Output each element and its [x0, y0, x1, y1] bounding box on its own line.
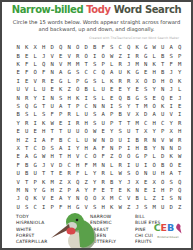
cell-r12c15: B: [133, 135, 142, 143]
cell-r18c20: Q: [176, 186, 185, 194]
cell-r16c19: A: [167, 169, 176, 177]
cell-r14c11: F: [99, 152, 108, 160]
cell-r6c12: E: [108, 85, 117, 93]
cell-r1c4: H: [40, 43, 49, 51]
cell-r11c17: Y: [150, 127, 159, 135]
cell-r3c3: L: [31, 60, 40, 68]
cell-r1c6: Q: [57, 43, 66, 51]
cell-r11c11: E: [99, 127, 108, 135]
cell-r7c9: I: [82, 93, 91, 101]
cell-r14c4: W: [40, 152, 49, 160]
cell-r3c13: R: [116, 60, 125, 68]
cell-r19c7: Y: [65, 194, 74, 202]
word-search-page: Narrow-billed Tody Word Search Circle th…: [0, 0, 193, 250]
instructions-line-1: Circle the 15 words below. Words appear …: [6, 19, 187, 26]
cell-r4c15: G: [133, 68, 142, 76]
cell-r7c6: S: [57, 93, 66, 101]
cell-r4c18: B: [159, 68, 168, 76]
cell-r9c16: D: [142, 110, 151, 118]
cell-r4c5: N: [48, 68, 57, 76]
cell-r10c1: Y: [14, 119, 23, 127]
cell-r3c10: S: [91, 60, 100, 68]
cell-r4c13: U: [116, 68, 125, 76]
cell-r14c19: K: [167, 152, 176, 160]
cell-r18c6: Z: [57, 186, 66, 194]
cell-r17c17: X: [150, 177, 159, 185]
cell-r4c16: E: [142, 68, 151, 76]
cell-r7c10: S: [91, 93, 100, 101]
cell-r14c1: E: [14, 152, 23, 160]
cell-r8c6: A: [57, 102, 66, 110]
cell-r19c3: K: [31, 194, 40, 202]
title-part-tody: Tody: [86, 4, 110, 15]
cell-r3c2: F: [23, 60, 32, 68]
cell-r14c16: P: [142, 152, 151, 160]
cell-r4c11: Q: [99, 68, 108, 76]
cell-r13c14: I: [125, 144, 134, 152]
cell-r15c19: O: [167, 161, 176, 169]
cell-r7c3: Y: [31, 93, 40, 101]
cell-r11c2: U: [23, 127, 32, 135]
logo-bird-icon: [174, 223, 182, 234]
cell-r13c8: Y: [74, 144, 83, 152]
cell-r16c8: F: [74, 169, 83, 177]
cell-r17c20: Q: [176, 177, 185, 185]
cell-r15c17: O: [150, 161, 159, 169]
cell-r20c12: K: [108, 203, 117, 211]
cell-r6c2: V: [23, 85, 32, 93]
cell-r9c9: U: [82, 110, 91, 118]
cell-r12c20: R: [176, 135, 185, 143]
cell-r1c3: X: [31, 43, 40, 51]
cell-r13c19: N: [167, 144, 176, 152]
cell-r13c17: Y: [150, 144, 159, 152]
cell-r16c7: R: [65, 169, 74, 177]
cell-r9c8: L: [74, 110, 83, 118]
cell-r18c5: H: [48, 186, 57, 194]
cell-r7c15: G: [133, 93, 142, 101]
cell-r16c20: T: [176, 169, 185, 177]
cell-r13c1: X: [14, 144, 23, 152]
cell-r6c10: L: [91, 85, 100, 93]
cell-r14c5: H: [48, 152, 57, 160]
cell-r8c11: N: [99, 102, 108, 110]
cell-r13c18: N: [159, 144, 168, 152]
cell-r6c8: O: [74, 85, 83, 93]
cell-r17c15: X: [133, 177, 142, 185]
cell-r16c2: B: [23, 169, 32, 177]
cell-r3c8: M: [74, 60, 83, 68]
cell-r15c5: V: [48, 161, 57, 169]
cell-r15c16: I: [142, 161, 151, 169]
cell-r19c15: B: [133, 194, 142, 202]
cell-r18c9: Y: [82, 186, 91, 194]
instructions: Circle the 15 words below. Words appear …: [6, 19, 187, 32]
cell-r14c20: W: [176, 152, 185, 160]
cell-r12c6: B: [57, 135, 66, 143]
cell-r5c16: O: [142, 77, 151, 85]
cell-r1c2: K: [23, 43, 32, 51]
cell-r2c1: B: [14, 51, 23, 59]
cell-r3c18: T: [159, 60, 168, 68]
cell-r16c1: U: [14, 169, 23, 177]
cell-r4c1: E: [14, 68, 23, 76]
word-item: FRUITS: [135, 239, 175, 245]
cell-r8c2: Q: [23, 102, 32, 110]
cell-r15c12: L: [108, 161, 117, 169]
cell-r8c15: T: [133, 102, 142, 110]
cell-r11c19: X: [167, 127, 176, 135]
cell-r1c13: C: [116, 43, 125, 51]
cell-r9c14: V: [125, 110, 134, 118]
cell-r13c5: S: [48, 144, 57, 152]
cell-r14c13: O: [116, 152, 125, 160]
cell-r9c18: U: [159, 110, 168, 118]
cell-r12c12: D: [108, 135, 117, 143]
cell-r4c19: J: [167, 68, 176, 76]
cell-r12c14: I: [125, 135, 134, 143]
cell-r20c5: P: [48, 203, 57, 211]
cell-r9c1: B: [14, 110, 23, 118]
instructions-line-2: and backward, up and down, and diagonall…: [6, 26, 187, 33]
cell-r13c10: A: [91, 144, 100, 152]
cell-r17c9: Z: [82, 177, 91, 185]
cell-r15c6: D: [57, 161, 66, 169]
cell-r12c4: A: [40, 135, 49, 143]
cell-r5c19: O: [167, 77, 176, 85]
cell-r8c13: S: [116, 102, 125, 110]
cell-r6c15: E: [133, 85, 142, 93]
cell-r3c4: Q: [40, 60, 49, 68]
cell-r4c17: H: [150, 68, 159, 76]
cell-r16c9: L: [82, 169, 91, 177]
cell-r6c20: L: [176, 85, 185, 93]
cell-r18c7: P: [65, 186, 74, 194]
cell-r17c19: S: [167, 177, 176, 185]
cell-r6c6: K: [57, 85, 66, 93]
cell-r14c12: Z: [108, 152, 117, 160]
cell-r18c13: E: [116, 186, 125, 194]
cell-r17c5: M: [48, 177, 57, 185]
cell-r8c10: N: [91, 102, 100, 110]
cell-r1c1: N: [14, 43, 23, 51]
cell-r18c16: E: [142, 186, 151, 194]
cell-r9c13: B: [116, 110, 125, 118]
cell-r6c16: S: [142, 85, 151, 93]
cell-r7c7: H: [65, 93, 74, 101]
cell-r19c9: Q: [82, 194, 91, 202]
cell-r15c2: B: [23, 161, 32, 169]
cell-r5c7: L: [65, 77, 74, 85]
cell-r19c19: S: [167, 194, 176, 202]
cell-r4c9: C: [82, 68, 91, 76]
cell-r19c6: A: [57, 194, 66, 202]
cell-r20c2: S: [23, 203, 32, 211]
cell-r8c17: O: [150, 102, 159, 110]
cell-r17c16: E: [142, 177, 151, 185]
cell-r7c5: N: [48, 93, 57, 101]
cell-r1c11: F: [99, 43, 108, 51]
cell-r7c17: E: [150, 93, 159, 101]
cell-r4c2: F: [23, 68, 32, 76]
cell-r9c20: I: [176, 110, 185, 118]
cell-r2c19: S: [167, 51, 176, 59]
cell-r17c4: K: [40, 177, 49, 185]
cell-r18c19: P: [167, 186, 176, 194]
cell-r18c17: I: [150, 186, 159, 194]
cell-r11c13: S: [116, 127, 125, 135]
cell-r8c3: G: [31, 102, 40, 110]
cell-r10c13: T: [116, 119, 125, 127]
cell-r19c4: V: [40, 194, 49, 202]
cebf-logo-letters: CEB: [150, 223, 186, 234]
cell-r8c14: Y: [125, 102, 134, 110]
cell-r5c13: R: [116, 77, 125, 85]
cell-r19c14: V: [125, 194, 134, 202]
cell-r15c9: F: [82, 161, 91, 169]
cell-r16c12: L: [108, 169, 117, 177]
cell-r9c10: S: [91, 110, 100, 118]
cell-r10c8: R: [74, 119, 83, 127]
cell-r5c14: R: [125, 77, 134, 85]
cell-r4c10: C: [91, 68, 100, 76]
cell-r11c7: U: [65, 127, 74, 135]
cell-r15c3: G: [31, 161, 40, 169]
cell-r2c18: B: [159, 51, 168, 59]
cell-r20c20: Z: [176, 203, 185, 211]
cell-r8c9: C: [82, 102, 91, 110]
cell-r1c5: D: [48, 43, 57, 51]
cell-r13c7: I: [65, 144, 74, 152]
cell-r14c14: O: [125, 152, 134, 160]
cell-r13c3: C: [31, 144, 40, 152]
cell-r10c14: T: [125, 119, 134, 127]
cell-r2c4: J: [40, 51, 49, 59]
cell-r4c7: G: [65, 68, 74, 76]
cell-r14c7: H: [65, 152, 74, 160]
cell-r10c20: R: [176, 119, 185, 127]
cell-r11c18: P: [159, 127, 168, 135]
cell-r18c3: Y: [31, 186, 40, 194]
cell-r20c10: S: [91, 203, 100, 211]
cell-r20c18: U: [159, 203, 168, 211]
cell-r7c13: Q: [116, 93, 125, 101]
cell-r9c15: X: [133, 110, 142, 118]
cell-r16c5: T: [48, 169, 57, 177]
cell-r3c9: T: [82, 60, 91, 68]
logo-letter-b: B: [167, 222, 174, 233]
cell-r10c12: P: [108, 119, 117, 127]
cell-r3c5: N: [48, 60, 57, 68]
cell-r8c4: T: [40, 102, 49, 110]
cell-r17c12: B: [108, 177, 117, 185]
cell-r14c10: O: [91, 152, 100, 160]
cell-r13c13: P: [116, 144, 125, 152]
logo-letter-c: C: [154, 222, 161, 233]
page-title: Narrow-billed Tody Word Search: [2, 4, 191, 15]
cell-r17c8: Q: [74, 177, 83, 185]
cell-r17c13: Y: [116, 177, 125, 185]
cell-r19c8: N: [74, 194, 83, 202]
cell-r6c7: Z: [65, 85, 74, 93]
cell-r7c12: E: [108, 93, 117, 101]
cell-r6c18: N: [159, 85, 168, 93]
cell-r14c17: L: [150, 152, 159, 160]
cell-r4c14: K: [125, 68, 134, 76]
cell-r17c10: Y: [91, 177, 100, 185]
cell-r5c10: S: [91, 77, 100, 85]
cell-r4c12: A: [108, 68, 117, 76]
cell-r6c17: Y: [150, 85, 159, 93]
cell-r6c4: U: [40, 85, 49, 93]
cell-r14c9: C: [82, 152, 91, 160]
cell-r14c3: G: [31, 152, 40, 160]
cell-r9c3: L: [31, 110, 40, 118]
cell-r8c7: T: [65, 102, 74, 110]
cell-r20c9: V: [82, 203, 91, 211]
cell-r15c10: M: [91, 161, 100, 169]
cell-r7c16: S: [142, 93, 151, 101]
cell-r18c4: G: [40, 186, 49, 194]
cell-r19c13: C: [116, 194, 125, 202]
cell-r12c3: I: [31, 135, 40, 143]
cell-r3c1: K: [14, 60, 23, 68]
cell-r15c14: I: [125, 161, 134, 169]
cell-r3c14: J: [125, 60, 134, 68]
cell-r12c16: R: [142, 135, 151, 143]
cell-r18c2: N: [23, 186, 32, 194]
cell-r12c19: W: [167, 135, 176, 143]
cell-r7c8: K: [74, 93, 83, 101]
cell-r8c16: M: [142, 102, 151, 110]
cell-r20c17: M: [150, 203, 159, 211]
cell-r5c17: D: [150, 77, 159, 85]
cell-r10c17: H: [150, 119, 159, 127]
cell-r11c20: H: [176, 127, 185, 135]
cell-r16c4: T: [40, 169, 49, 177]
cell-r1c18: U: [159, 43, 168, 51]
cell-r7c19: E: [167, 93, 176, 101]
cell-r20c1: U: [14, 203, 23, 211]
tody-bird-illustration: [50, 211, 100, 250]
cell-r14c15: G: [133, 152, 142, 160]
cell-r10c19: Y: [167, 119, 176, 127]
cell-r3c6: V: [57, 60, 66, 68]
cell-r13c16: B: [142, 144, 151, 152]
cell-r18c11: E: [99, 186, 108, 194]
cell-r10c4: K: [40, 119, 49, 127]
cell-r15c8: H: [74, 161, 83, 169]
cell-r18c18: H: [159, 186, 168, 194]
cell-r19c1: J: [14, 194, 23, 202]
cell-r6c11: U: [99, 85, 108, 93]
cell-r8c20: E: [176, 102, 185, 110]
cell-r3c19: F: [167, 60, 176, 68]
cell-r14c6: T: [57, 152, 66, 160]
cell-r2c17: L: [150, 51, 159, 59]
cell-r2c9: O: [82, 51, 91, 59]
cell-r9c5: F: [48, 110, 57, 118]
cell-r10c11: U: [99, 119, 108, 127]
cell-r1c14: Q: [125, 43, 134, 51]
cell-r19c17: Z: [150, 194, 159, 202]
cell-r10c10: S: [91, 119, 100, 127]
cell-r7c1: N: [14, 93, 23, 101]
cell-r9c17: A: [150, 110, 159, 118]
cell-r11c8: U: [74, 127, 83, 135]
cell-r8c18: K: [159, 102, 168, 110]
cell-r8c8: P: [74, 102, 83, 110]
cell-r9c19: V: [167, 110, 176, 118]
cell-r1c10: B: [91, 43, 100, 51]
cell-r11c16: X: [142, 127, 151, 135]
cell-r12c8: L: [74, 135, 83, 143]
cell-r4c8: S: [74, 68, 83, 76]
cell-r18c8: A: [74, 186, 83, 194]
cell-r9c4: S: [40, 110, 49, 118]
cell-r20c15: J: [133, 203, 142, 211]
cell-r19c20: N: [176, 194, 185, 202]
cell-r16c13: W: [116, 169, 125, 177]
cell-r12c2: Z: [23, 135, 32, 143]
cell-r15c7: C: [65, 161, 74, 169]
cell-r7c4: I: [40, 93, 49, 101]
cell-r13c12: N: [108, 144, 117, 152]
cell-r2c2: E: [23, 51, 32, 59]
cell-r17c14: J: [125, 177, 134, 185]
cell-r20c19: D: [167, 203, 176, 211]
cell-r1c19: A: [167, 43, 176, 51]
cell-r19c18: I: [159, 194, 168, 202]
cell-r17c7: X: [65, 177, 74, 185]
cell-r8c19: I: [167, 102, 176, 110]
cell-r2c5: V: [48, 51, 57, 59]
cell-r18c14: K: [125, 186, 134, 194]
cell-r5c18: H: [159, 77, 168, 85]
cell-r15c18: B: [159, 161, 168, 169]
cell-r9c2: S: [23, 110, 32, 118]
cell-r13c2: T: [23, 144, 32, 152]
cell-r15c15: U: [133, 161, 142, 169]
cell-r3c20: M: [176, 60, 185, 68]
cell-r11c3: E: [31, 127, 40, 135]
cell-r5c9: G: [82, 77, 91, 85]
cell-r1c16: G: [142, 43, 151, 51]
cell-r6c19: J: [167, 85, 176, 93]
cell-r1c8: O: [74, 43, 83, 51]
cell-r11c1: E: [14, 127, 23, 135]
cell-r2c15: R: [133, 51, 142, 59]
cebf-logo: CEB BirdsCaribbean: [150, 223, 186, 239]
cell-r12c18: V: [159, 135, 168, 143]
cell-r16c10: Y: [91, 169, 100, 177]
cell-r12c13: U: [116, 135, 125, 143]
cell-r2c7: V: [65, 51, 74, 59]
cell-r12c9: U: [82, 135, 91, 143]
cell-r15c20: E: [176, 161, 185, 169]
cell-r17c3: P: [31, 177, 40, 185]
cell-r10c18: C: [159, 119, 168, 127]
cell-r1c20: Q: [176, 43, 185, 51]
cell-r9c7: R: [65, 110, 74, 118]
cell-r19c10: O: [91, 194, 100, 202]
cell-r9c11: A: [99, 110, 108, 118]
cell-r8c1: S: [14, 102, 23, 110]
cell-r10c3: I: [31, 119, 40, 127]
cell-r3c15: M: [133, 60, 142, 68]
cell-r5c11: L: [99, 77, 108, 85]
cell-r12c7: C: [65, 135, 74, 143]
